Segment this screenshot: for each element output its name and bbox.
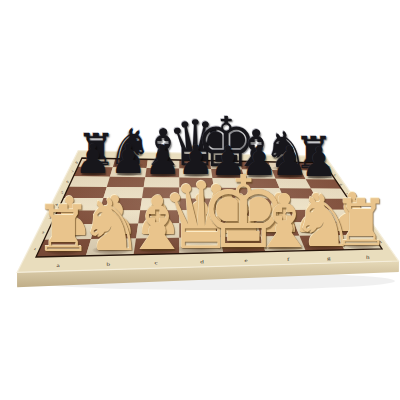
chessboard-photo: aabbccddeeffgghh1122334455667788 ♜♞♝♛♚♝♞… bbox=[0, 0, 400, 400]
piece-black-pawn-b7[interactable]: ♟ bbox=[110, 140, 147, 181]
piece-black-pawn-a7[interactable]: ♟ bbox=[75, 139, 112, 180]
piece-black-pawn-h7[interactable]: ♟ bbox=[301, 142, 338, 183]
piece-white-rook-h1[interactable]: ♜ bbox=[332, 191, 389, 255]
